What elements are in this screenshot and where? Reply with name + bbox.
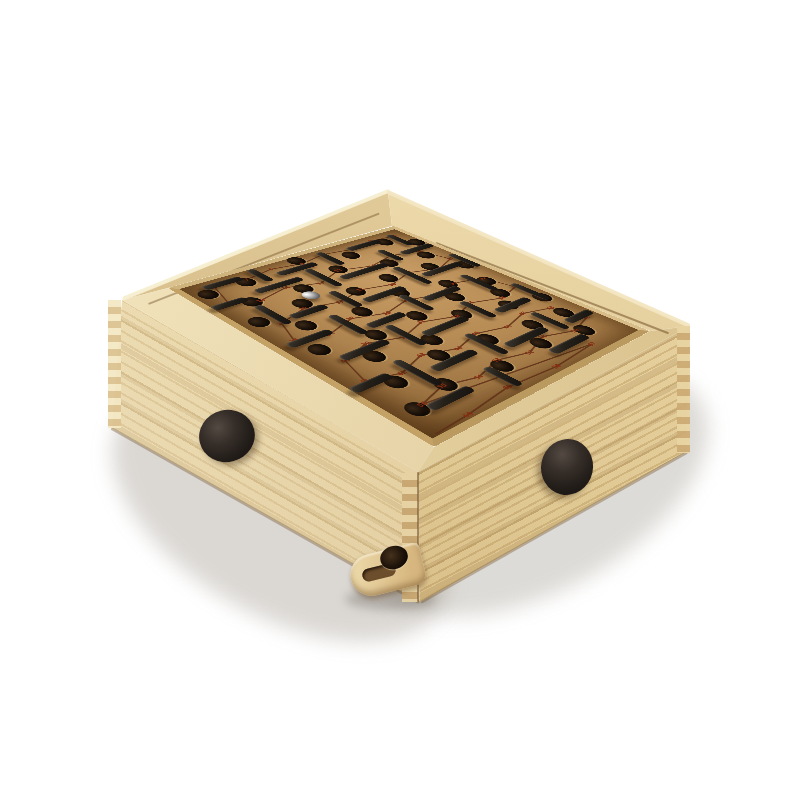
finger-joints-right-corner [677,326,690,453]
finger-joints-left-corner [108,300,121,428]
labyrinth-product-photo: 1234567891011121314151617181920212223242… [0,0,800,800]
